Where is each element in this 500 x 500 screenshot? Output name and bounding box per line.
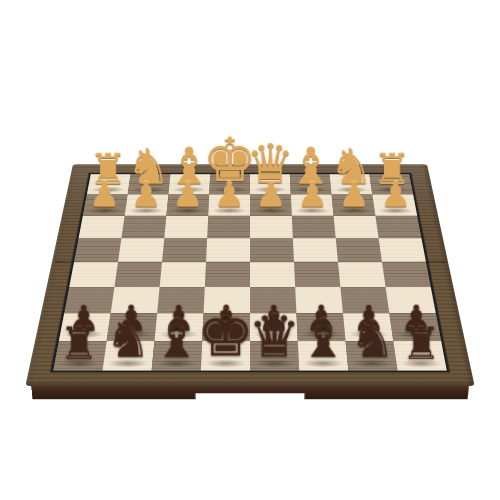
square-f5[interactable]	[160, 262, 206, 287]
square-a5[interactable]	[382, 262, 431, 287]
square-f8[interactable]: ♝	[152, 341, 203, 370]
black-bishop: ♝	[299, 314, 347, 365]
square-h5[interactable]	[69, 262, 118, 287]
black-knight: ♞	[105, 316, 151, 365]
square-b8[interactable]: ♞	[346, 341, 398, 370]
square-c8[interactable]: ♝	[298, 341, 349, 370]
square-a3[interactable]	[375, 216, 421, 238]
board-perspective-stage: ♜♞♝♚♛♝♞♜♟♟♟♟♟♟♟♟♟♟♟♟♟♟♟♟♜♞♝♚♛♝♞♜	[52, 64, 448, 460]
white-pawn: ♟	[130, 178, 161, 211]
white-pawn: ♟	[172, 178, 203, 211]
square-a8[interactable]: ♜	[393, 341, 446, 370]
square-c3[interactable]	[292, 216, 336, 238]
white-pawn: ♟	[89, 178, 120, 211]
square-b2[interactable]: ♟	[332, 194, 376, 215]
square-g3[interactable]	[121, 216, 166, 238]
square-a4[interactable]	[379, 238, 426, 262]
square-b4[interactable]	[336, 238, 382, 262]
square-g4[interactable]	[118, 238, 164, 262]
black-rook: ♜	[401, 322, 441, 364]
square-f4[interactable]	[162, 238, 207, 262]
square-d4[interactable]	[250, 238, 294, 262]
square-f3[interactable]	[164, 216, 208, 238]
white-pawn: ♟	[297, 178, 328, 211]
board-frame: ♜♞♝♚♛♝♞♜♟♟♟♟♟♟♟♟♟♟♟♟♟♟♟♟♜♞♝♚♛♝♞♜	[25, 164, 474, 386]
square-a2[interactable]: ♟	[372, 194, 417, 215]
square-d5[interactable]	[250, 262, 295, 287]
chess-set-photo: ♜♞♝♚♛♝♞♜♟♟♟♟♟♟♟♟♟♟♟♟♟♟♟♟♜♞♝♚♛♝♞♜	[0, 0, 500, 500]
white-pawn: ♟	[255, 178, 286, 211]
square-e4[interactable]	[206, 238, 250, 262]
square-g8[interactable]: ♞	[102, 341, 154, 370]
square-c2[interactable]: ♟	[291, 194, 334, 215]
square-h8[interactable]: ♜	[53, 341, 106, 370]
black-queen: ♛	[248, 308, 301, 364]
white-pawn: ♟	[380, 178, 411, 211]
white-pawn: ♟	[338, 178, 369, 211]
square-h3[interactable]	[79, 216, 125, 238]
square-g2[interactable]: ♟	[125, 194, 169, 215]
square-e3[interactable]	[207, 216, 250, 238]
board-front-edge-with-feet	[31, 386, 469, 399]
black-rook: ♜	[59, 322, 99, 364]
square-b5[interactable]	[338, 262, 386, 287]
square-c5[interactable]	[294, 262, 340, 287]
square-e8[interactable]: ♚	[201, 341, 250, 370]
square-d3[interactable]	[250, 216, 293, 238]
square-b3[interactable]	[334, 216, 379, 238]
square-f2[interactable]: ♟	[166, 194, 209, 215]
square-g5[interactable]	[114, 262, 162, 287]
square-e5[interactable]	[205, 262, 250, 287]
square-e2[interactable]: ♟	[208, 194, 250, 215]
chess-board: ♜♞♝♚♛♝♞♜♟♟♟♟♟♟♟♟♟♟♟♟♟♟♟♟♜♞♝♚♛♝♞♜	[53, 174, 446, 370]
black-king: ♚	[197, 303, 255, 364]
square-c4[interactable]	[293, 238, 338, 262]
square-d2[interactable]: ♟	[250, 194, 292, 215]
square-h4[interactable]	[74, 238, 121, 262]
square-d8[interactable]: ♛	[250, 341, 299, 370]
white-pawn: ♟	[214, 178, 245, 211]
black-knight: ♞	[349, 316, 395, 365]
black-bishop: ♝	[153, 314, 201, 365]
square-h2[interactable]: ♟	[83, 194, 128, 215]
